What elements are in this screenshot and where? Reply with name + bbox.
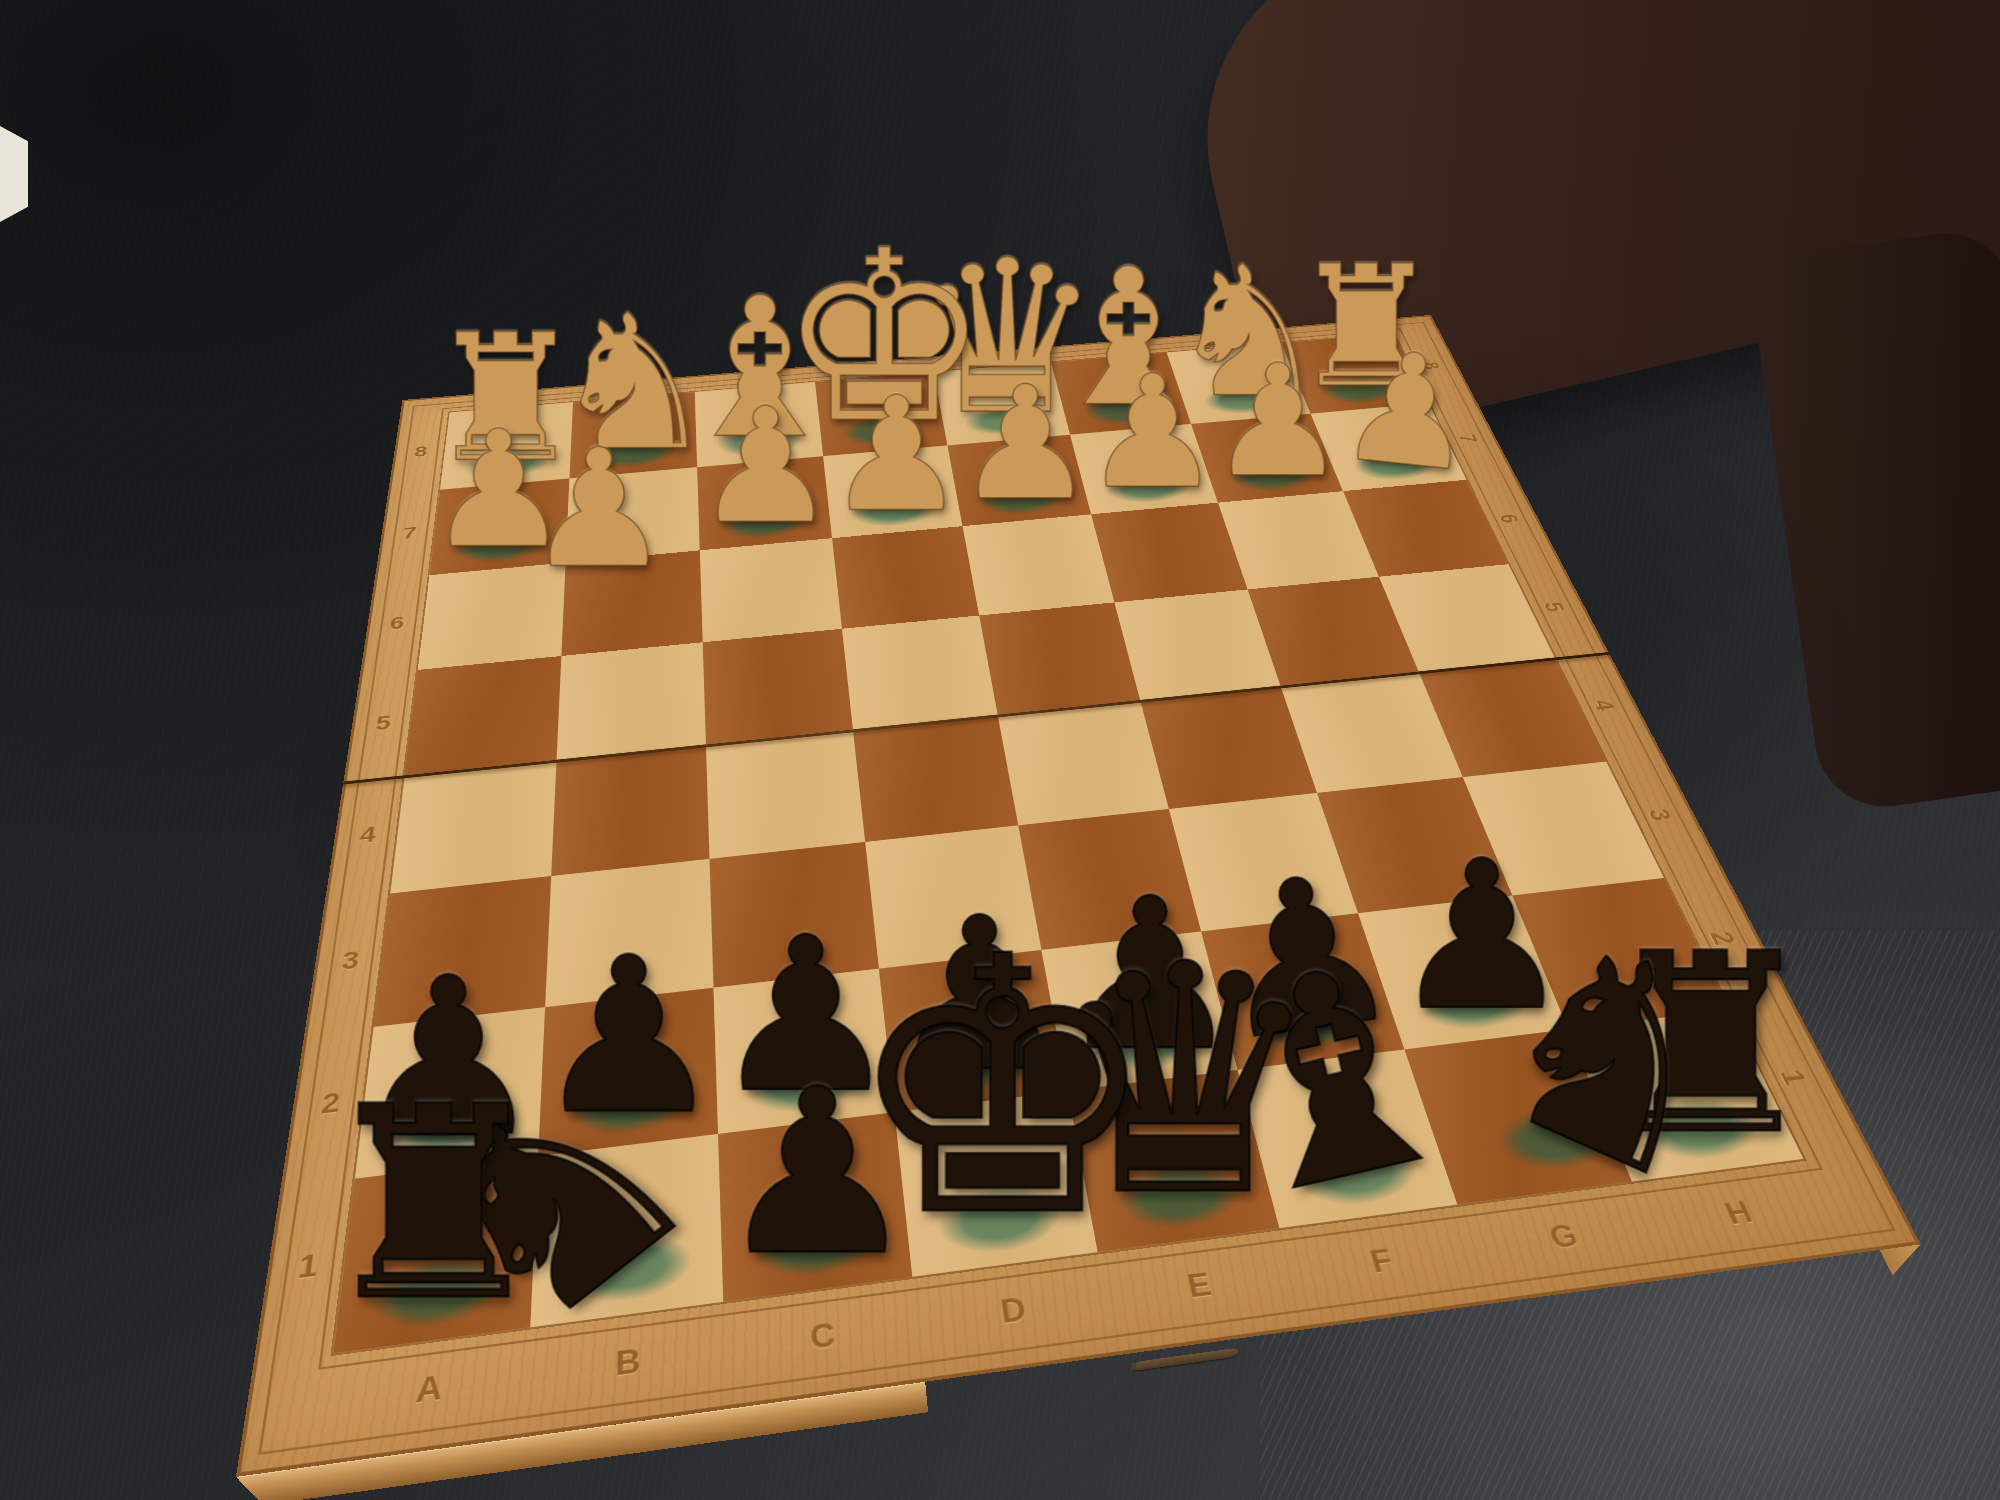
coord-label-C: C	[809, 1316, 837, 1358]
square-e4[interactable]	[998, 700, 1169, 825]
square-a5[interactable]	[405, 656, 562, 775]
paper-scrap	[0, 126, 28, 222]
square-b5[interactable]	[557, 642, 706, 759]
square-a4[interactable]	[390, 760, 556, 894]
coord-label-B: B	[615, 1342, 641, 1384]
coord-label-3: 3	[1641, 807, 1677, 822]
square-e5[interactable]	[979, 602, 1140, 714]
piece-black-rook-a1[interactable]: ♜	[333, 1156, 538, 1353]
coord-label-6: 6	[1493, 513, 1523, 524]
coord-label-A: A	[414, 1368, 443, 1411]
coord-label-5: 5	[1537, 601, 1569, 613]
table-surface: ♜♞♝♚♛♝♞♜♟♟♟♟♟♟♟♟♟♟♟♟♟♟♟♜♞♟♚♛♝♞♜ 87654321…	[0, 0, 2000, 1500]
coord-label-4: 4	[358, 822, 377, 848]
square-f4[interactable]	[1140, 686, 1317, 809]
coord-label-6: 6	[389, 613, 406, 634]
square-b4[interactable]	[551, 744, 709, 876]
coord-label-D: D	[998, 1291, 1028, 1332]
coord-label-5: 5	[374, 712, 392, 735]
square-h5[interactable]	[1379, 564, 1555, 671]
square-c5[interactable]	[703, 629, 853, 745]
board-grid: ♜♞♝♚♛♝♞♜♟♟♟♟♟♟♟♟♟♟♟♟♟♟♟♜♞♟♚♛♝♞♜	[333, 334, 1803, 1354]
coord-label-4: 4	[1586, 699, 1620, 712]
coord-label-F: F	[1366, 1242, 1397, 1281]
square-a1[interactable]: ♜	[333, 1156, 538, 1353]
square-d5[interactable]	[842, 615, 998, 729]
clasp-latch[interactable]	[1131, 1347, 1240, 1371]
coord-label-H: H	[1720, 1195, 1758, 1233]
pawn-glyph: ♟	[526, 432, 672, 587]
coord-label-G: G	[1545, 1218, 1583, 1257]
square-c4[interactable]	[706, 729, 865, 858]
rook-glyph: ♜	[315, 1079, 553, 1331]
square-d4[interactable]	[853, 715, 1018, 842]
square-b7[interactable]: ♟	[566, 467, 700, 562]
